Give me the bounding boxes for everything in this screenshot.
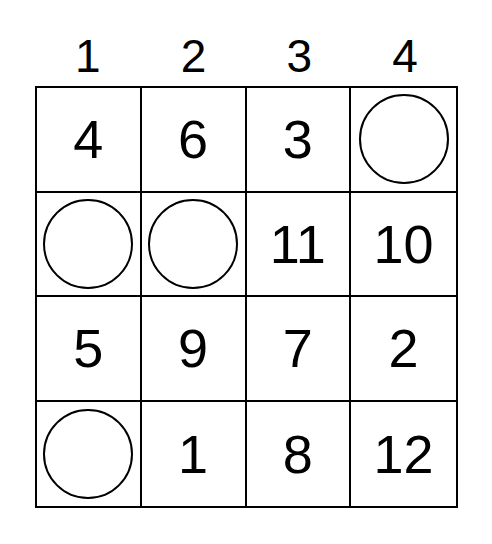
grid-cell-r3c2[interactable]: 9 [142, 297, 247, 402]
cell-number: 11 [270, 217, 326, 271]
column-header-2: 2 [141, 0, 247, 86]
grid-cell-r4c4[interactable]: 12 [351, 402, 456, 507]
cell-number: 8 [283, 427, 313, 481]
grid-cell-r3c4[interactable]: 2 [351, 297, 456, 402]
grid-cell-r1c1[interactable]: 4 [37, 88, 142, 193]
grid-cell-r2c4[interactable]: 10 [351, 193, 456, 298]
grid-cell-r2c1[interactable] [37, 193, 142, 298]
grid-cell-r3c3[interactable]: 7 [247, 297, 352, 402]
bingo-card: 1 2 3 4 4 6 3 11 10 5 9 7 2 1 8 12 [0, 0, 492, 544]
circle-marker [148, 199, 238, 289]
grid-cell-r1c4[interactable] [351, 88, 456, 193]
column-headers: 1 2 3 4 [35, 0, 458, 86]
column-header-4: 4 [352, 0, 458, 86]
cell-number: 6 [178, 112, 208, 166]
cell-number: 3 [283, 112, 313, 166]
grid-cell-r1c2[interactable]: 6 [142, 88, 247, 193]
column-header-3: 3 [247, 0, 353, 86]
grid-cell-r3c1[interactable]: 5 [37, 297, 142, 402]
column-header-1: 1 [35, 0, 141, 86]
column-header-label: 3 [287, 33, 313, 79]
cell-number: 2 [389, 321, 419, 375]
cell-number: 12 [374, 427, 434, 481]
grid-cell-r1c3[interactable]: 3 [247, 88, 352, 193]
grid-cell-r4c3[interactable]: 8 [247, 402, 352, 507]
cell-number: 9 [178, 321, 208, 375]
cell-number: 10 [374, 217, 434, 271]
column-header-label: 4 [392, 33, 418, 79]
grid-cell-r4c2[interactable]: 1 [142, 402, 247, 507]
circle-marker [359, 94, 449, 184]
grid-cell-r2c3[interactable]: 11 [247, 193, 352, 298]
column-header-label: 2 [181, 33, 207, 79]
grid-cell-r2c2[interactable] [142, 193, 247, 298]
grid-cell-r4c1[interactable] [37, 402, 142, 507]
circle-marker [43, 409, 133, 499]
cell-number: 7 [283, 321, 313, 375]
column-header-label: 1 [75, 33, 101, 79]
game-board: 4 6 3 11 10 5 9 7 2 1 8 12 [35, 86, 458, 508]
cell-number: 5 [73, 321, 103, 375]
cell-number: 4 [73, 112, 103, 166]
circle-marker [43, 199, 133, 289]
cell-number: 1 [178, 427, 208, 481]
